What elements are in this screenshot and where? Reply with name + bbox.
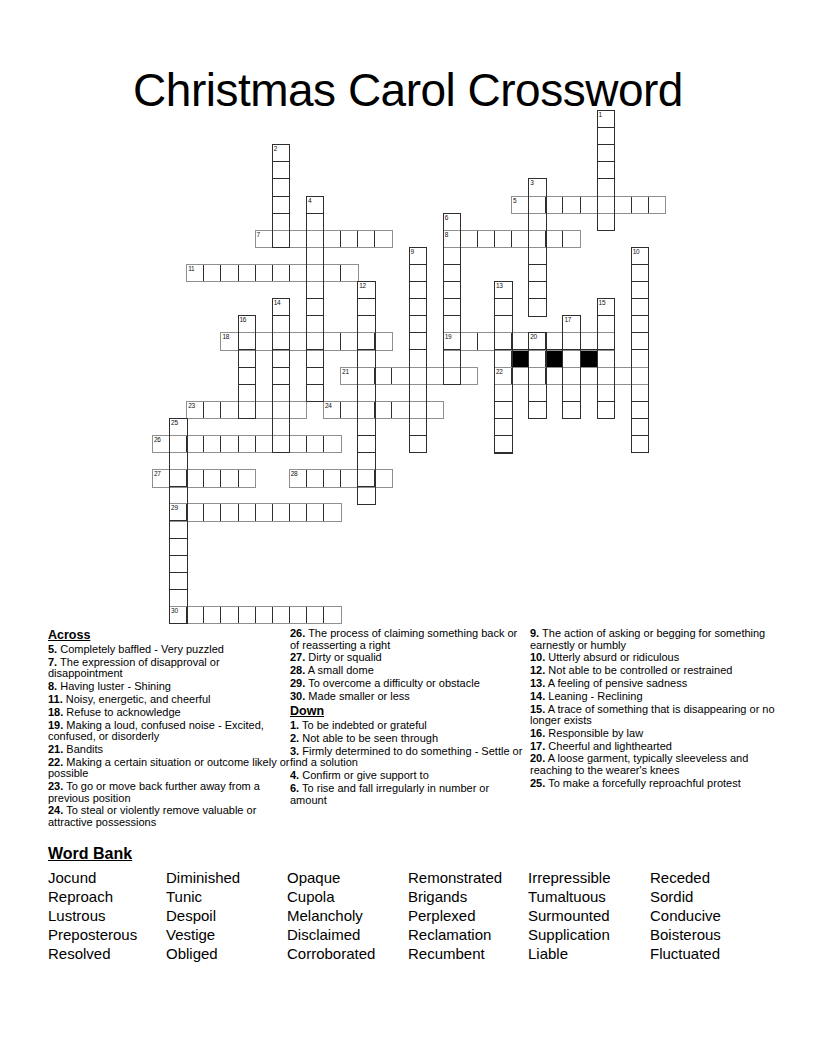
- grid-cell[interactable]: [443, 247, 462, 266]
- grid-cell[interactable]: [272, 401, 291, 420]
- grid-cell[interactable]: [323, 230, 342, 249]
- grid-cell[interactable]: 4: [306, 196, 325, 215]
- grid-cell[interactable]: [340, 332, 359, 351]
- grid-cell[interactable]: 30: [169, 606, 188, 625]
- grid-cell[interactable]: [255, 332, 274, 351]
- grid-cell[interactable]: [238, 332, 257, 351]
- word-bank-item: Tumaltuous: [528, 887, 650, 906]
- grid-cell[interactable]: [562, 332, 581, 351]
- grid-cell[interactable]: [272, 178, 291, 197]
- cell-number: 28: [291, 470, 298, 477]
- grid-cell[interactable]: [409, 418, 428, 437]
- grid-cell[interactable]: [597, 161, 616, 180]
- grid-cell[interactable]: [494, 315, 513, 334]
- grid-cell[interactable]: [631, 384, 650, 403]
- clue-across-21: 21. Bandits: [48, 744, 291, 756]
- grid-cell[interactable]: [203, 401, 222, 420]
- grid-cell[interactable]: [323, 469, 342, 488]
- grid-cell[interactable]: [562, 367, 581, 386]
- grid-cell[interactable]: [357, 230, 376, 249]
- grid-cell[interactable]: [340, 401, 359, 420]
- grid-cell[interactable]: [306, 384, 325, 403]
- grid-cell[interactable]: [409, 401, 428, 420]
- grid-cell[interactable]: [169, 538, 188, 557]
- grid-cell[interactable]: 13: [494, 281, 513, 300]
- clue-across-8: 8. Having luster - Shining: [48, 681, 291, 693]
- grid-cell[interactable]: [631, 401, 650, 420]
- clue-number: 11.: [48, 693, 63, 705]
- grid-cell[interactable]: [614, 367, 633, 386]
- grid-cell[interactable]: [238, 367, 257, 386]
- grid-cell[interactable]: [272, 264, 291, 283]
- grid-cell[interactable]: [631, 264, 650, 283]
- clue-down-16: 16. Responsible by law: [530, 728, 778, 740]
- grid-cell[interactable]: 19: [443, 332, 462, 351]
- grid-cell[interactable]: [306, 247, 325, 266]
- down-header: Down: [290, 704, 528, 718]
- grid-cell[interactable]: [272, 384, 291, 403]
- clue-across-18: 18. Refuse to acknowledge: [48, 707, 291, 719]
- grid-cell[interactable]: 8: [443, 230, 462, 249]
- grid-cell[interactable]: [169, 520, 188, 539]
- grid-cell[interactable]: [272, 315, 291, 334]
- clues-column-2: 26. The process of claiming something ba…: [290, 628, 528, 807]
- grid-cell[interactable]: [409, 298, 428, 317]
- clue-down-6: 6. To rise and fall irregularly in numbe…: [290, 783, 528, 806]
- clue-across-22: 22. Making a certain situation or outcom…: [48, 757, 291, 780]
- grid-cell[interactable]: 20: [528, 332, 547, 351]
- grid-cell[interactable]: [477, 332, 496, 351]
- grid-cell[interactable]: [289, 606, 308, 625]
- word-bank-item: Opaque: [287, 868, 408, 887]
- grid-cell[interactable]: 27: [152, 469, 171, 488]
- grid-cell[interactable]: [238, 503, 257, 522]
- clue-number: 1.: [290, 719, 299, 731]
- grid-cell[interactable]: [528, 196, 547, 215]
- grid-cell[interactable]: [306, 367, 325, 386]
- grid-cell[interactable]: 22: [494, 367, 513, 386]
- grid-cell[interactable]: [238, 606, 257, 625]
- grid-cell[interactable]: 21: [340, 367, 359, 386]
- grid-cell[interactable]: [340, 469, 359, 488]
- grid-cell[interactable]: [289, 503, 308, 522]
- grid-cell[interactable]: [374, 332, 393, 351]
- clue-number: 27.: [290, 651, 305, 663]
- grid-cell[interactable]: [220, 264, 239, 283]
- grid-cell[interactable]: [409, 332, 428, 351]
- grid-cell[interactable]: [169, 452, 188, 471]
- grid-cell[interactable]: [494, 418, 513, 437]
- grid-cell[interactable]: [255, 606, 274, 625]
- grid-cell[interactable]: [357, 298, 376, 317]
- cell-number: 26: [154, 436, 161, 443]
- grid-cell[interactable]: [203, 264, 222, 283]
- grid-cell[interactable]: [631, 435, 650, 454]
- grid-cell[interactable]: [494, 332, 513, 351]
- grid-cell[interactable]: 15: [597, 298, 616, 317]
- grid-cell[interactable]: [169, 486, 188, 505]
- grid-cell[interactable]: [255, 503, 274, 522]
- grid-cell[interactable]: [272, 349, 291, 368]
- clue-down-10: 10. Utterly absurd or ridiculous: [530, 652, 778, 664]
- word-bank-item: Sordid: [650, 887, 784, 906]
- grid-cell[interactable]: [443, 315, 462, 334]
- grid-cell[interactable]: [409, 264, 428, 283]
- grid-cell[interactable]: [306, 264, 325, 283]
- grid-cell[interactable]: [255, 435, 274, 454]
- grid-cell[interactable]: [631, 418, 650, 437]
- grid-cell[interactable]: [306, 281, 325, 300]
- grid-cell[interactable]: [306, 503, 325, 522]
- grid-cell[interactable]: [597, 196, 616, 215]
- grid-cell[interactable]: [323, 606, 342, 625]
- grid-cell[interactable]: [477, 230, 496, 249]
- grid-cell[interactable]: [648, 196, 667, 215]
- clue-across-26: 26. The process of claiming something ba…: [290, 628, 528, 651]
- grid-cell[interactable]: [494, 435, 513, 454]
- grid-cell[interactable]: [631, 298, 650, 317]
- grid-cell[interactable]: [597, 213, 616, 232]
- grid-cell[interactable]: [289, 230, 308, 249]
- clue-number: 6.: [290, 782, 299, 794]
- clue-number: 20.: [530, 752, 545, 764]
- grid-cell[interactable]: [186, 606, 205, 625]
- word-bank-item: Obliged: [166, 944, 287, 963]
- cell-number: 8: [445, 231, 448, 238]
- grid-cell[interactable]: [272, 196, 291, 215]
- grid-cell[interactable]: [357, 332, 376, 351]
- grid-cell[interactable]: [289, 401, 308, 420]
- cell-number: 21: [342, 368, 349, 375]
- word-bank-item: Vestige: [166, 925, 287, 944]
- across-header: Across: [48, 628, 291, 642]
- grid-cell[interactable]: [203, 435, 222, 454]
- grid-cell[interactable]: [169, 435, 188, 454]
- grid-cell[interactable]: [169, 572, 188, 591]
- grid-cell[interactable]: [186, 469, 205, 488]
- grid-cell[interactable]: [545, 196, 564, 215]
- grid-cell[interactable]: [340, 230, 359, 249]
- grid-cell[interactable]: [562, 196, 581, 215]
- grid-cell[interactable]: [494, 384, 513, 403]
- grid-cell[interactable]: [169, 555, 188, 574]
- grid-cell[interactable]: [597, 401, 616, 420]
- grid-cell[interactable]: [357, 452, 376, 471]
- word-bank-item: Conducive: [650, 906, 784, 925]
- grid-cell[interactable]: 25: [169, 418, 188, 437]
- grid-cell[interactable]: [597, 332, 616, 351]
- grid-cell[interactable]: [597, 315, 616, 334]
- grid-cell[interactable]: [323, 435, 342, 454]
- grid-cell[interactable]: [306, 332, 325, 351]
- page-title: Christmas Carol Crossword: [0, 63, 816, 117]
- grid-cell[interactable]: [528, 384, 547, 403]
- grid-cell[interactable]: [597, 384, 616, 403]
- grid-cell[interactable]: [238, 349, 257, 368]
- grid-cell[interactable]: 7: [255, 230, 274, 249]
- grid-cell[interactable]: [409, 349, 428, 368]
- word-bank-item: Corroborated: [287, 944, 408, 963]
- grid-cell[interactable]: [528, 281, 547, 300]
- grid-cell[interactable]: [289, 332, 308, 351]
- grid-cell[interactable]: [460, 230, 479, 249]
- clue-number: 24.: [48, 804, 63, 816]
- grid-cell[interactable]: [357, 367, 376, 386]
- grid-cell[interactable]: [409, 315, 428, 334]
- grid-cell[interactable]: [220, 606, 239, 625]
- grid-cell[interactable]: [562, 230, 581, 249]
- grid-cell[interactable]: [443, 349, 462, 368]
- clue-down-9: 9. The action of asking or begging for s…: [530, 628, 778, 651]
- grid-cell[interactable]: [511, 332, 530, 351]
- word-bank-item: Remonstrated: [408, 868, 528, 887]
- clue-down-20: 20. A loose garment, typically sleeveles…: [530, 753, 778, 776]
- word-bank-item: Recumbent: [408, 944, 528, 963]
- grid-cell[interactable]: 16: [238, 315, 257, 334]
- grid-cell[interactable]: [220, 435, 239, 454]
- word-bank-item: Surmounted: [528, 906, 650, 925]
- grid-cell[interactable]: [238, 435, 257, 454]
- cell-number: 11: [188, 265, 194, 272]
- clue-down-4: 4. Confirm or give support to: [290, 770, 528, 782]
- grid-cell[interactable]: [562, 401, 581, 420]
- grid-cell[interactable]: [545, 332, 564, 351]
- grid-cell[interactable]: [340, 264, 359, 283]
- grid-cell[interactable]: [631, 332, 650, 351]
- clue-across-5: 5. Completely baffled - Very puzzled: [48, 644, 291, 656]
- grid-cell[interactable]: [562, 349, 581, 368]
- grid-cell[interactable]: [357, 315, 376, 334]
- grid-cell[interactable]: [169, 469, 188, 488]
- grid-cell[interactable]: [391, 401, 410, 420]
- grid-cell[interactable]: [306, 435, 325, 454]
- word-bank-item: Reproach: [48, 887, 166, 906]
- word-bank-item: Disclaimed: [287, 925, 408, 944]
- grid-cell[interactable]: [614, 196, 633, 215]
- grid-cell[interactable]: [494, 349, 513, 368]
- cell-number: 22: [496, 368, 503, 375]
- grid-cell[interactable]: [580, 367, 599, 386]
- grid-cell[interactable]: [631, 349, 650, 368]
- clue-number: 8.: [48, 680, 57, 692]
- cell-number: 1: [599, 111, 602, 118]
- clue-across-11: 11. Noisy, energetic, and cheerful: [48, 694, 291, 706]
- grid-cell[interactable]: 28: [289, 469, 308, 488]
- grid-cell[interactable]: [597, 144, 616, 163]
- grid-cell[interactable]: [306, 349, 325, 368]
- grid-cell[interactable]: [220, 469, 239, 488]
- grid-cell[interactable]: 24: [323, 401, 342, 420]
- grid-cell[interactable]: [272, 503, 291, 522]
- grid-cell[interactable]: [186, 435, 205, 454]
- grid-cell[interactable]: [272, 367, 291, 386]
- grid-cell[interactable]: [545, 367, 564, 386]
- grid-cell[interactable]: [460, 367, 479, 386]
- grid-cell[interactable]: [272, 230, 291, 249]
- grid-cell[interactable]: [357, 384, 376, 403]
- grid-cell[interactable]: [374, 401, 393, 420]
- grid-cell[interactable]: [409, 384, 428, 403]
- cell-number: 4: [308, 197, 311, 204]
- grid-cell[interactable]: [562, 384, 581, 403]
- grid-cell[interactable]: [528, 349, 547, 368]
- grid-cell[interactable]: [186, 503, 205, 522]
- grid-cell[interactable]: [580, 196, 599, 215]
- grid-cell[interactable]: [203, 606, 222, 625]
- grid-cell[interactable]: [238, 469, 257, 488]
- grid-cell[interactable]: [597, 349, 616, 368]
- grid-cell[interactable]: 14: [272, 298, 291, 317]
- grid-cell[interactable]: [169, 589, 188, 608]
- grid-cell[interactable]: [374, 367, 393, 386]
- grid-cell[interactable]: [306, 606, 325, 625]
- word-bank-item: Fluctuated: [650, 944, 784, 963]
- grid-cell[interactable]: [272, 435, 291, 454]
- grid-cell[interactable]: 18: [220, 332, 239, 351]
- grid-cell[interactable]: 17: [562, 315, 581, 334]
- clue-number: 25.: [530, 777, 545, 789]
- grid-cell[interactable]: [426, 401, 445, 420]
- grid-cell[interactable]: [597, 178, 616, 197]
- grid-cell[interactable]: [306, 230, 325, 249]
- grid-cell[interactable]: [443, 281, 462, 300]
- grid-cell[interactable]: [631, 281, 650, 300]
- grid-cell[interactable]: 29: [169, 503, 188, 522]
- grid-cell[interactable]: 11: [186, 264, 205, 283]
- word-bank-item: Preposterous: [48, 925, 166, 944]
- grid-cell[interactable]: [528, 213, 547, 232]
- word-bank-item: Melancholy: [287, 906, 408, 925]
- grid-cell[interactable]: [203, 469, 222, 488]
- grid-cell[interactable]: [426, 367, 445, 386]
- grid-cell[interactable]: 5: [511, 196, 530, 215]
- grid-cell[interactable]: [511, 367, 530, 386]
- grid-cell[interactable]: [409, 281, 428, 300]
- grid-cell[interactable]: 9: [409, 247, 428, 266]
- grid-cell[interactable]: [357, 418, 376, 437]
- clue-number: 2.: [290, 732, 299, 744]
- grid-cell[interactable]: [597, 367, 616, 386]
- grid-cell[interactable]: [391, 367, 410, 386]
- cell-number: 9: [411, 248, 414, 255]
- grid-cell[interactable]: [443, 367, 462, 386]
- grid-cell[interactable]: [238, 384, 257, 403]
- clue-down-1: 1. To be indebted or grateful: [290, 720, 528, 732]
- grid-cell[interactable]: [357, 401, 376, 420]
- grid-cell[interactable]: [357, 486, 376, 505]
- word-bank-item: Tunic: [166, 887, 287, 906]
- grid-cell[interactable]: [494, 401, 513, 420]
- grid-cell[interactable]: [631, 315, 650, 334]
- clue-number: 5.: [48, 643, 57, 655]
- grid-cell[interactable]: [255, 401, 274, 420]
- grid-cell[interactable]: [272, 213, 291, 232]
- grid-cell[interactable]: [460, 332, 479, 351]
- grid-cell[interactable]: [528, 367, 547, 386]
- clue-number: 7.: [48, 656, 57, 668]
- grid-cell[interactable]: [528, 247, 547, 266]
- grid-cell[interactable]: [528, 264, 547, 283]
- grid-cell[interactable]: [238, 401, 257, 420]
- clue-across-19: 19. Making a loud, confused noise - Exci…: [48, 720, 291, 743]
- grid-cell[interactable]: [323, 503, 342, 522]
- grid-cell[interactable]: [220, 503, 239, 522]
- cell-number: 5: [513, 197, 516, 204]
- grid-cell[interactable]: 2: [272, 144, 291, 163]
- grid-cell[interactable]: [631, 367, 650, 386]
- word-bank-item: Lustrous: [48, 906, 166, 925]
- cell-number: 13: [496, 282, 503, 289]
- grid-cell[interactable]: [528, 230, 547, 249]
- grid-cell[interactable]: [443, 264, 462, 283]
- cell-number: 16: [240, 316, 247, 323]
- grid-cell[interactable]: [272, 606, 291, 625]
- grid-cell[interactable]: [443, 298, 462, 317]
- grid-cell[interactable]: [409, 367, 428, 386]
- clue-number: 13.: [530, 677, 545, 689]
- clue-number: 28.: [290, 664, 305, 676]
- grid-cell[interactable]: 1: [597, 110, 616, 129]
- grid-cell[interactable]: [272, 161, 291, 180]
- grid-cell[interactable]: [494, 298, 513, 317]
- clue-across-28: 28. A small dome: [290, 665, 528, 677]
- grid-cell[interactable]: 12: [357, 281, 376, 300]
- grid-cell[interactable]: [203, 503, 222, 522]
- grid-cell[interactable]: [272, 418, 291, 437]
- grid-cell[interactable]: [374, 230, 393, 249]
- grid-cell[interactable]: 10: [631, 247, 650, 266]
- grid-cell[interactable]: [545, 230, 564, 249]
- grid-cell[interactable]: [631, 196, 650, 215]
- clue-across-27: 27. Dirty or squalid: [290, 652, 528, 664]
- word-bank: Word Bank JocundDiminishedOpaqueRemonstr…: [48, 845, 784, 963]
- grid-cell[interactable]: [306, 298, 325, 317]
- grid-cell[interactable]: [357, 349, 376, 368]
- grid-cell[interactable]: [306, 469, 325, 488]
- cell-number: 6: [445, 214, 448, 221]
- cell-number: 29: [171, 504, 178, 511]
- grid-cell[interactable]: [238, 264, 257, 283]
- grid-cell[interactable]: [597, 127, 616, 146]
- grid-cell[interactable]: [306, 315, 325, 334]
- word-bank-item: Boisterous: [650, 925, 784, 944]
- word-bank-item: Receded: [650, 868, 784, 887]
- word-bank-item: Perplexed: [408, 906, 528, 925]
- grid-cell[interactable]: [374, 469, 393, 488]
- grid-cell[interactable]: [272, 332, 291, 351]
- grid-cell[interactable]: [494, 230, 513, 249]
- grid-cell[interactable]: [528, 298, 547, 317]
- grid-cell[interactable]: [323, 332, 342, 351]
- grid-cell[interactable]: [357, 435, 376, 454]
- grid-cell[interactable]: [255, 264, 274, 283]
- grid-cell[interactable]: [289, 435, 308, 454]
- grid-cell[interactable]: 23: [186, 401, 205, 420]
- grid-cell[interactable]: [528, 401, 547, 420]
- grid-cell[interactable]: 6: [443, 213, 462, 232]
- grid-cell[interactable]: [409, 435, 428, 454]
- grid-cell[interactable]: [289, 264, 308, 283]
- grid-cell[interactable]: 26: [152, 435, 171, 454]
- grid-cell[interactable]: [306, 213, 325, 232]
- grid-cell[interactable]: [580, 332, 599, 351]
- grid-cell[interactable]: [220, 401, 239, 420]
- grid-cell[interactable]: [511, 230, 530, 249]
- clue-number: 16.: [530, 727, 545, 739]
- grid-cell[interactable]: [357, 469, 376, 488]
- grid-cell[interactable]: 3: [528, 178, 547, 197]
- grid-cell[interactable]: [323, 264, 342, 283]
